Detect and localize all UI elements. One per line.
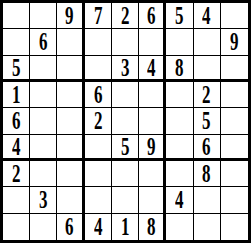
cell-r2c3[interactable]	[57, 29, 84, 55]
given-digit: 2	[12, 161, 21, 186]
cell-r6c9[interactable]	[221, 135, 248, 161]
cell-r4c8[interactable]: 2	[194, 82, 221, 108]
given-digit: 6	[39, 29, 48, 54]
cell-r4c2[interactable]	[30, 82, 57, 108]
cell-r7c9[interactable]	[221, 161, 248, 187]
cell-r2c4[interactable]	[85, 29, 112, 55]
cell-r4c1[interactable]: 1	[3, 82, 30, 108]
cell-r9c5[interactable]: 1	[112, 214, 139, 240]
cell-r6c3[interactable]	[57, 135, 84, 161]
given-digit: 5	[175, 3, 184, 28]
given-digit: 2	[202, 82, 211, 107]
cell-r3c1[interactable]: 5	[3, 56, 30, 82]
cell-r3c8[interactable]	[194, 56, 221, 82]
cell-r2c7[interactable]	[166, 29, 193, 55]
cell-r8c5[interactable]	[112, 187, 139, 213]
cell-r6c7[interactable]	[166, 135, 193, 161]
given-digit: 5	[121, 135, 130, 159]
cell-r7c1[interactable]: 2	[3, 161, 30, 187]
given-digit: 9	[230, 29, 239, 54]
cell-r2c6[interactable]	[139, 29, 166, 55]
cell-r7c3[interactable]	[57, 161, 84, 187]
cell-r7c4[interactable]	[85, 161, 112, 187]
given-digit: 9	[147, 135, 156, 159]
given-digit: 8	[147, 214, 156, 239]
cell-r9c2[interactable]	[30, 214, 57, 240]
cell-r3c4[interactable]	[85, 56, 112, 82]
cell-r5c1[interactable]: 6	[3, 108, 30, 134]
cell-r3c3[interactable]	[57, 56, 84, 82]
cell-r1c6[interactable]: 6	[139, 3, 166, 29]
cell-r5c9[interactable]	[221, 108, 248, 134]
cell-r6c8[interactable]: 6	[194, 135, 221, 161]
cell-r9c6[interactable]: 8	[139, 214, 166, 240]
cell-r3c5[interactable]: 3	[112, 56, 139, 82]
cell-r3c2[interactable]	[30, 56, 57, 82]
cell-r2c9[interactable]: 9	[221, 29, 248, 55]
cell-r8c2[interactable]: 3	[30, 187, 57, 213]
cell-r1c2[interactable]	[30, 3, 57, 29]
given-digit: 6	[65, 214, 74, 239]
cell-r8c1[interactable]	[3, 187, 30, 213]
cell-r6c5[interactable]: 5	[112, 135, 139, 161]
cell-r6c4[interactable]	[85, 135, 112, 161]
cell-r9c4[interactable]: 4	[85, 214, 112, 240]
cell-r9c9[interactable]	[221, 214, 248, 240]
cell-r8c7[interactable]: 4	[166, 187, 193, 213]
cell-r2c1[interactable]	[3, 29, 30, 55]
given-digit: 4	[175, 187, 184, 212]
cell-r6c6[interactable]: 9	[139, 135, 166, 161]
given-digit: 8	[202, 161, 211, 186]
cell-r1c1[interactable]	[3, 3, 30, 29]
cell-r3c9[interactable]	[221, 56, 248, 82]
given-digit: 6	[202, 135, 211, 159]
cell-r5c7[interactable]	[166, 108, 193, 134]
cell-r7c6[interactable]	[139, 161, 166, 187]
cell-r5c2[interactable]	[30, 108, 57, 134]
cell-r4c5[interactable]	[112, 82, 139, 108]
cell-r4c6[interactable]	[139, 82, 166, 108]
cell-r4c7[interactable]	[166, 82, 193, 108]
given-digit: 1	[121, 214, 130, 239]
cell-r3c7[interactable]: 8	[166, 56, 193, 82]
sudoku-board: 972654695348162625459628346418	[0, 0, 251, 243]
given-digit: 4	[12, 135, 21, 159]
cell-r9c3[interactable]: 6	[57, 214, 84, 240]
cell-r6c2[interactable]	[30, 135, 57, 161]
given-digit: 5	[202, 108, 211, 133]
cell-r5c4[interactable]: 2	[85, 108, 112, 134]
cell-r2c8[interactable]	[194, 29, 221, 55]
cell-r4c4[interactable]: 6	[85, 82, 112, 108]
cell-r7c5[interactable]	[112, 161, 139, 187]
given-digit: 2	[121, 3, 130, 28]
given-digit: 6	[94, 82, 103, 107]
cell-r2c5[interactable]	[112, 29, 139, 55]
given-digit: 7	[94, 3, 103, 28]
given-digit: 3	[39, 187, 48, 212]
given-digit: 6	[12, 108, 21, 133]
cell-r7c2[interactable]	[30, 161, 57, 187]
cell-r6c1[interactable]: 4	[3, 135, 30, 161]
given-digit: 4	[94, 214, 103, 239]
cell-r1c8[interactable]: 4	[194, 3, 221, 29]
cell-r2c2[interactable]: 6	[30, 29, 57, 55]
cell-r9c7[interactable]	[166, 214, 193, 240]
cell-r1c4[interactable]: 7	[85, 3, 112, 29]
cell-r5c6[interactable]	[139, 108, 166, 134]
cell-r9c8[interactable]	[194, 214, 221, 240]
given-digit: 8	[175, 56, 184, 80]
cell-r7c8[interactable]: 8	[194, 161, 221, 187]
cell-r5c8[interactable]: 5	[194, 108, 221, 134]
cell-r8c3[interactable]	[57, 187, 84, 213]
cell-r4c9[interactable]	[221, 82, 248, 108]
cell-r4c3[interactable]	[57, 82, 84, 108]
cell-r9c1[interactable]	[3, 214, 30, 240]
cell-r7c7[interactable]	[166, 161, 193, 187]
cell-r1c3[interactable]: 9	[57, 3, 84, 29]
cell-r1c7[interactable]: 5	[166, 3, 193, 29]
cell-r8c4[interactable]	[85, 187, 112, 213]
given-digit: 2	[94, 108, 103, 133]
given-digit: 6	[147, 3, 156, 28]
cell-r8c6[interactable]	[139, 187, 166, 213]
given-digit: 4	[147, 56, 156, 80]
cell-r5c5[interactable]	[112, 108, 139, 134]
given-digit: 9	[65, 3, 74, 28]
cell-r1c9[interactable]	[221, 3, 248, 29]
cell-r8c9[interactable]	[221, 187, 248, 213]
cell-r1c5[interactable]: 2	[112, 3, 139, 29]
given-digit: 1	[12, 82, 21, 107]
cell-r8c8[interactable]	[194, 187, 221, 213]
given-digit: 4	[202, 3, 211, 28]
given-digit: 5	[12, 56, 21, 80]
cell-r5c3[interactable]	[57, 108, 84, 134]
cell-r3c6[interactable]: 4	[139, 56, 166, 82]
given-digit: 3	[121, 56, 130, 80]
